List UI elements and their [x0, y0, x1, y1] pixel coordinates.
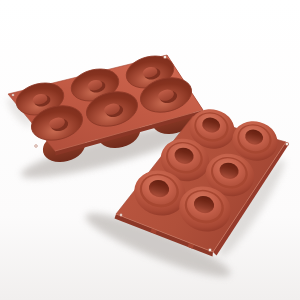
corner-hole [120, 214, 123, 217]
product-photo [0, 0, 300, 300]
corner-hole [12, 94, 15, 97]
mold-scene [0, 0, 300, 300]
corner-hole [163, 55, 166, 58]
corner-hole [285, 142, 288, 145]
corner-hole [35, 145, 38, 148]
corner-hole [208, 248, 211, 251]
